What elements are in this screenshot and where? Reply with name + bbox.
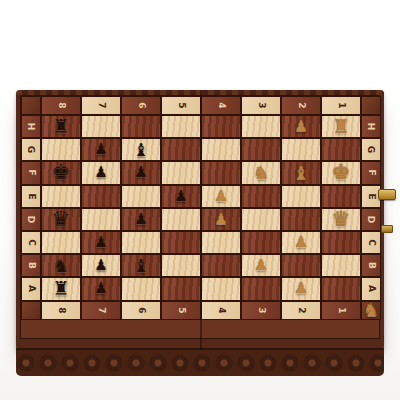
coordinate-label: 4	[216, 307, 225, 313]
folding-seam	[200, 90, 202, 350]
black-knight: ♞	[53, 257, 69, 275]
square-f6: ♟	[121, 161, 161, 184]
square-g7: ♟	[81, 138, 121, 161]
square-a7: ♟	[81, 277, 121, 300]
square-f5	[161, 161, 201, 184]
black-pawn: ♟	[94, 142, 107, 157]
white-pawn: ♟	[214, 212, 227, 227]
square-b4	[201, 254, 241, 277]
white-king: ♚	[332, 162, 351, 183]
square-d1: ♛	[321, 208, 361, 231]
square-e8	[41, 185, 81, 208]
frame-rank-label-top-7: 7	[81, 96, 121, 115]
square-f8: ♚	[41, 161, 81, 184]
square-g1	[321, 138, 361, 161]
coordinate-label: 3	[256, 102, 265, 108]
frame-rank-label-top-6: 6	[121, 96, 161, 115]
square-b5	[161, 254, 201, 277]
square-g8	[41, 138, 81, 161]
square-c2: ♟	[281, 231, 321, 254]
square-d3	[241, 208, 281, 231]
frame-rank-label-top-4: 4	[201, 96, 241, 115]
coordinate-label: G	[26, 146, 35, 153]
square-a1	[321, 277, 361, 300]
frame-file-label-right-g: G	[361, 138, 381, 161]
white-pawn: ♟	[294, 235, 307, 250]
square-b1	[321, 254, 361, 277]
frame-rank-label-bottom-4: 4	[201, 301, 241, 320]
black-pawn: ♟	[94, 258, 107, 273]
coordinate-label: 1	[336, 307, 345, 313]
frame-corner-bottom-right: ♞	[361, 301, 381, 320]
frame-file-label-right-h: H	[361, 115, 381, 138]
square-a4	[201, 277, 241, 300]
carved-rope-front-edge	[16, 348, 384, 376]
square-h4	[201, 115, 241, 138]
square-f1: ♚	[321, 161, 361, 184]
coordinate-label: 4	[216, 102, 225, 108]
black-pawn: ♟	[94, 281, 107, 296]
frame-rank-label-bottom-5: 5	[161, 301, 201, 320]
chess-board: 87654321H♜♟♜HG♟♝GF♚♟♟♞♝♚FE♟♟ED♛♟♟♛DC♟♟CB…	[16, 90, 384, 350]
frame-file-label-right-a: A	[361, 277, 381, 300]
brass-hinge	[381, 225, 393, 233]
coordinate-label: E	[27, 193, 36, 199]
frame-file-label-left-c: C	[21, 231, 41, 254]
black-bishop: ♝	[133, 141, 149, 159]
square-f3: ♞	[241, 161, 281, 184]
black-pawn: ♟	[94, 235, 107, 250]
square-g3	[241, 138, 281, 161]
square-c5	[161, 231, 201, 254]
square-e7	[81, 185, 121, 208]
coordinate-label: 8	[56, 102, 65, 108]
black-rook: ♜	[52, 117, 69, 136]
square-h7	[81, 115, 121, 138]
square-a6	[121, 277, 161, 300]
black-pawn: ♟	[134, 212, 147, 227]
frame-file-label-right-f: F	[361, 161, 381, 184]
coordinate-label: 1	[336, 102, 345, 108]
square-b8: ♞	[41, 254, 81, 277]
black-pawn: ♟	[134, 165, 147, 180]
frame-rank-label-bottom-7: 7	[81, 301, 121, 320]
frame-file-label-left-b: B	[21, 254, 41, 277]
square-e6	[121, 185, 161, 208]
coordinate-label: D	[26, 216, 35, 223]
square-d7	[81, 208, 121, 231]
black-king: ♚	[52, 162, 71, 183]
frame-rank-label-bottom-3: 3	[241, 301, 281, 320]
square-b7: ♟	[81, 254, 121, 277]
square-d2	[281, 208, 321, 231]
black-pawn: ♟	[94, 165, 107, 180]
square-c4	[201, 231, 241, 254]
coordinate-label: B	[27, 262, 36, 269]
coordinate-label: 2	[296, 102, 305, 108]
square-c1	[321, 231, 361, 254]
black-pawn: ♟	[174, 189, 187, 204]
frame-file-label-left-e: E	[21, 185, 41, 208]
brass-clasp	[378, 189, 396, 200]
frame-corner-top-right	[361, 96, 381, 115]
frame-rank-label-top-8: 8	[41, 96, 81, 115]
coordinate-label: H	[26, 123, 35, 131]
square-a2: ♟	[281, 277, 321, 300]
frame-file-label-left-d: D	[21, 208, 41, 231]
square-b3: ♟	[241, 254, 281, 277]
square-d6: ♟	[121, 208, 161, 231]
frame-rank-label-bottom-6: 6	[121, 301, 161, 320]
coordinate-label: B	[367, 262, 376, 269]
square-g5	[161, 138, 201, 161]
square-c8	[41, 231, 81, 254]
black-rook: ♜	[52, 279, 69, 298]
square-h6	[121, 115, 161, 138]
coordinate-label: 6	[136, 307, 145, 313]
coordinate-label: E	[367, 193, 376, 199]
frame-corner-top-left	[21, 96, 41, 115]
square-h3	[241, 115, 281, 138]
white-bishop: ♝	[293, 164, 309, 182]
white-knight: ♞	[253, 164, 269, 182]
coordinate-label: F	[27, 170, 36, 176]
black-queen: ♛	[52, 209, 71, 230]
frame-rank-label-bottom-1: 1	[321, 301, 361, 320]
coordinate-label: C	[26, 239, 35, 246]
square-d8: ♛	[41, 208, 81, 231]
coordinate-label: H	[366, 123, 375, 131]
square-a5	[161, 277, 201, 300]
white-pawn: ♟	[294, 119, 307, 134]
coordinate-label: G	[366, 146, 375, 153]
square-e1	[321, 185, 361, 208]
square-h5	[161, 115, 201, 138]
white-pawn: ♟	[214, 189, 227, 204]
square-e5: ♟	[161, 185, 201, 208]
frame-rank-label-bottom-2: 2	[281, 301, 321, 320]
coordinate-label: A	[27, 285, 36, 292]
product-photo-background: 87654321H♜♟♜HG♟♝GF♚♟♟♞♝♚FE♟♟ED♛♟♟♛DC♟♟CB…	[0, 0, 400, 400]
square-c7: ♟	[81, 231, 121, 254]
square-g4	[201, 138, 241, 161]
white-queen: ♛	[332, 209, 351, 230]
square-g2	[281, 138, 321, 161]
white-knight-on-frame-corner: ♞	[363, 301, 379, 319]
frame-file-label-right-b: B	[361, 254, 381, 277]
frame-file-label-left-a: A	[21, 277, 41, 300]
white-pawn: ♟	[254, 258, 267, 273]
square-h2: ♟	[281, 115, 321, 138]
square-h1: ♜	[321, 115, 361, 138]
frame-rank-label-bottom-8: 8	[41, 301, 81, 320]
coordinate-label: F	[367, 170, 376, 176]
square-b2	[281, 254, 321, 277]
black-bishop: ♝	[133, 257, 149, 275]
square-e4: ♟	[201, 185, 241, 208]
square-g6: ♝	[121, 138, 161, 161]
frame-file-label-right-d: D	[361, 208, 381, 231]
square-a8: ♜	[41, 277, 81, 300]
coordinate-label: 2	[296, 307, 305, 313]
coordinate-label: 5	[176, 102, 185, 108]
coordinate-label: 5	[176, 307, 185, 313]
coordinate-label: 7	[96, 102, 105, 108]
square-c6	[121, 231, 161, 254]
frame-rank-label-top-5: 5	[161, 96, 201, 115]
square-e3	[241, 185, 281, 208]
frame-corner-bottom-left	[21, 301, 41, 320]
square-c3	[241, 231, 281, 254]
square-d5	[161, 208, 201, 231]
square-f4	[201, 161, 241, 184]
square-f2: ♝	[281, 161, 321, 184]
square-f7: ♟	[81, 161, 121, 184]
frame-file-label-left-h: H	[21, 115, 41, 138]
coordinate-label: D	[366, 216, 375, 223]
square-b6: ♝	[121, 254, 161, 277]
frame-file-label-left-g: G	[21, 138, 41, 161]
frame-file-label-right-c: C	[361, 231, 381, 254]
square-a3	[241, 277, 281, 300]
frame-rank-label-top-3: 3	[241, 96, 281, 115]
square-e2	[281, 185, 321, 208]
square-d4: ♟	[201, 208, 241, 231]
white-rook: ♜	[332, 117, 349, 136]
coordinate-label: A	[367, 285, 376, 292]
coordinate-label: 7	[96, 307, 105, 313]
frame-file-label-left-f: F	[21, 161, 41, 184]
square-h8: ♜	[41, 115, 81, 138]
coordinate-label: 8	[56, 307, 65, 313]
coordinate-label: C	[366, 239, 375, 246]
frame-rank-label-top-2: 2	[281, 96, 321, 115]
coordinate-label: 3	[256, 307, 265, 313]
coordinate-label: 6	[136, 102, 145, 108]
white-pawn: ♟	[294, 281, 307, 296]
frame-rank-label-top-1: 1	[321, 96, 361, 115]
